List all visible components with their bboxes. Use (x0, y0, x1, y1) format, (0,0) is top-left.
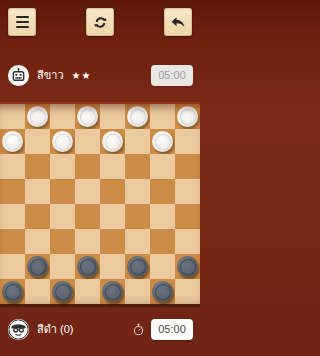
stopwatch-icon (132, 322, 145, 337)
human-avatar-icon (7, 318, 30, 341)
square-g7[interactable] (150, 129, 175, 154)
difficulty-stars: ★★ (72, 70, 92, 81)
square-d7[interactable] (75, 129, 100, 154)
square-d8[interactable] (75, 104, 100, 129)
square-e8[interactable] (100, 104, 125, 129)
square-a1[interactable] (0, 279, 25, 304)
square-f4[interactable] (125, 204, 150, 229)
square-h3[interactable] (175, 229, 200, 254)
toolbar (8, 8, 192, 36)
square-h5[interactable] (175, 179, 200, 204)
square-f1[interactable] (125, 279, 150, 304)
square-b2[interactable] (25, 254, 50, 279)
black-piece[interactable] (27, 256, 48, 277)
piece-face (30, 109, 46, 125)
white-piece[interactable] (77, 106, 98, 127)
square-e3[interactable] (100, 229, 125, 254)
square-d1[interactable] (75, 279, 100, 304)
square-e6[interactable] (100, 154, 125, 179)
square-a7[interactable] (0, 129, 25, 154)
square-f6[interactable] (125, 154, 150, 179)
square-c7[interactable] (50, 129, 75, 154)
piece-face (5, 134, 21, 150)
piece-face (130, 109, 146, 125)
square-h8[interactable] (175, 104, 200, 129)
white-piece[interactable] (2, 131, 23, 152)
square-c4[interactable] (50, 204, 75, 229)
square-g5[interactable] (150, 179, 175, 204)
undo-button[interactable] (164, 8, 192, 36)
square-c3[interactable] (50, 229, 75, 254)
square-g1[interactable] (150, 279, 175, 304)
player-name-black: สีดำ (0) (37, 320, 74, 338)
square-f2[interactable] (125, 254, 150, 279)
white-piece[interactable] (152, 131, 173, 152)
square-d5[interactable] (75, 179, 100, 204)
black-piece[interactable] (2, 281, 23, 302)
piece-face (155, 284, 171, 300)
square-b8[interactable] (25, 104, 50, 129)
piece-face (105, 134, 121, 150)
player-name-white: สีขาว (37, 66, 64, 84)
square-g8[interactable] (150, 104, 175, 129)
white-piece[interactable] (102, 131, 123, 152)
square-c2[interactable] (50, 254, 75, 279)
piece-face (55, 284, 71, 300)
square-e7[interactable] (100, 129, 125, 154)
square-f3[interactable] (125, 229, 150, 254)
white-clock: 05:00 (151, 65, 193, 86)
piece-face (105, 284, 121, 300)
square-h6[interactable] (175, 154, 200, 179)
flip-board-button[interactable] (86, 8, 114, 36)
square-g6[interactable] (150, 154, 175, 179)
square-c5[interactable] (50, 179, 75, 204)
square-b3[interactable] (25, 229, 50, 254)
square-d4[interactable] (75, 204, 100, 229)
white-piece[interactable] (52, 131, 73, 152)
square-a5[interactable] (0, 179, 25, 204)
piece-face (55, 134, 71, 150)
square-g3[interactable] (150, 229, 175, 254)
white-piece[interactable] (127, 106, 148, 127)
square-g2[interactable] (150, 254, 175, 279)
square-a4[interactable] (0, 204, 25, 229)
square-b1[interactable] (25, 279, 50, 304)
player-row-white: สีขาว ★★ 05:00 (7, 63, 193, 87)
black-piece[interactable] (77, 256, 98, 277)
piece-face (5, 284, 21, 300)
robot-avatar-icon (7, 64, 30, 87)
square-c8[interactable] (50, 104, 75, 129)
board (0, 102, 200, 307)
black-piece[interactable] (152, 281, 173, 302)
square-e2[interactable] (100, 254, 125, 279)
square-h4[interactable] (175, 204, 200, 229)
square-b5[interactable] (25, 179, 50, 204)
square-b6[interactable] (25, 154, 50, 179)
piece-face (180, 109, 196, 125)
square-a8[interactable] (0, 104, 25, 129)
square-e5[interactable] (100, 179, 125, 204)
square-b7[interactable] (25, 129, 50, 154)
square-g4[interactable] (150, 204, 175, 229)
black-piece[interactable] (127, 256, 148, 277)
refresh-icon (92, 14, 109, 31)
square-h2[interactable] (175, 254, 200, 279)
square-b4[interactable] (25, 204, 50, 229)
piece-face (30, 259, 46, 275)
square-h7[interactable] (175, 129, 200, 154)
black-piece[interactable] (102, 281, 123, 302)
square-d3[interactable] (75, 229, 100, 254)
square-f7[interactable] (125, 129, 150, 154)
square-a6[interactable] (0, 154, 25, 179)
white-piece[interactable] (27, 106, 48, 127)
menu-button[interactable] (8, 8, 36, 36)
square-c6[interactable] (50, 154, 75, 179)
menu-icon (16, 16, 29, 29)
undo-icon (169, 13, 187, 31)
square-a3[interactable] (0, 229, 25, 254)
piece-face (155, 134, 171, 150)
square-c1[interactable] (50, 279, 75, 304)
square-e4[interactable] (100, 204, 125, 229)
square-d2[interactable] (75, 254, 100, 279)
square-d6[interactable] (75, 154, 100, 179)
square-e1[interactable] (100, 279, 125, 304)
black-clock[interactable]: 05:00 (151, 319, 193, 340)
piece-face (180, 259, 196, 275)
square-f5[interactable] (125, 179, 150, 204)
white-piece[interactable] (177, 106, 198, 127)
piece-face (80, 109, 96, 125)
square-f8[interactable] (125, 104, 150, 129)
black-piece[interactable] (177, 256, 198, 277)
piece-face (80, 259, 96, 275)
square-a2[interactable] (0, 254, 25, 279)
square-h1[interactable] (175, 279, 200, 304)
player-row-black: สีดำ (0) 05:00 (7, 317, 193, 341)
piece-face (130, 259, 146, 275)
black-piece[interactable] (52, 281, 73, 302)
